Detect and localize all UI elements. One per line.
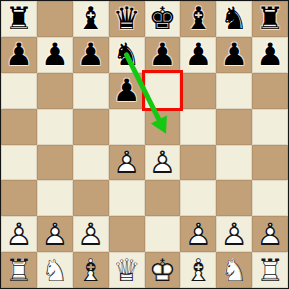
square-b1[interactable]: ♞♘ <box>37 252 73 288</box>
white-knight-outline: ♘ <box>41 255 69 286</box>
square-c4[interactable] <box>73 145 109 181</box>
white-bishop-outline: ♗ <box>184 255 212 286</box>
square-b3[interactable] <box>37 180 73 216</box>
square-a6[interactable] <box>1 73 37 109</box>
square-e6[interactable] <box>145 73 181 109</box>
piece-black-king[interactable]: ♚ <box>149 3 177 34</box>
square-c7[interactable]: ♟ <box>73 37 109 73</box>
square-d8[interactable]: ♛ <box>109 1 145 37</box>
piece-white-pawn[interactable]: ♟♙ <box>184 219 212 250</box>
square-h5[interactable] <box>252 109 288 145</box>
piece-black-queen[interactable]: ♛ <box>113 3 141 34</box>
white-pawn-outline: ♙ <box>184 219 212 250</box>
square-e3[interactable] <box>145 180 181 216</box>
white-queen-outline: ♕ <box>113 255 141 286</box>
square-a3[interactable] <box>1 180 37 216</box>
square-b4[interactable] <box>37 145 73 181</box>
square-c1[interactable]: ♝♗ <box>73 252 109 288</box>
piece-white-pawn[interactable]: ♟♙ <box>149 147 177 178</box>
square-h2[interactable]: ♟♙ <box>252 216 288 252</box>
white-pawn-outline: ♙ <box>5 219 33 250</box>
white-pawn-outline: ♙ <box>149 147 177 178</box>
piece-white-pawn[interactable]: ♟♙ <box>113 147 141 178</box>
square-a8[interactable]: ♜ <box>1 1 37 37</box>
white-rook-outline: ♖ <box>256 255 284 286</box>
white-knight-outline: ♘ <box>220 255 248 286</box>
square-e1[interactable]: ♚♔ <box>145 252 181 288</box>
piece-black-bishop[interactable]: ♝ <box>77 3 105 34</box>
square-b8[interactable] <box>37 1 73 37</box>
piece-white-knight[interactable]: ♞♘ <box>220 255 248 286</box>
piece-white-rook[interactable]: ♜♖ <box>256 255 284 286</box>
piece-white-pawn[interactable]: ♟♙ <box>77 219 105 250</box>
square-g6[interactable] <box>216 73 252 109</box>
chess-board: ♜♝♛♚♝♞♜♟♟♟♞♟♟♟♟♟♟♙♟♙♟♙♟♙♟♙♟♙♟♙♟♙♜♖♞♘♝♗♛♕… <box>0 0 289 289</box>
square-d2[interactable] <box>109 216 145 252</box>
piece-black-pawn[interactable]: ♟ <box>256 39 284 70</box>
square-f7[interactable]: ♟ <box>180 37 216 73</box>
piece-white-bishop[interactable]: ♝♗ <box>184 255 212 286</box>
white-rook-outline: ♖ <box>5 255 33 286</box>
square-b6[interactable] <box>37 73 73 109</box>
white-pawn-outline: ♙ <box>256 219 284 250</box>
piece-white-rook[interactable]: ♜♖ <box>5 255 33 286</box>
square-a2[interactable]: ♟♙ <box>1 216 37 252</box>
square-h6[interactable] <box>252 73 288 109</box>
square-d1[interactable]: ♛♕ <box>109 252 145 288</box>
piece-black-pawn[interactable]: ♟ <box>184 39 212 70</box>
square-d6[interactable]: ♟ <box>109 73 145 109</box>
square-b5[interactable] <box>37 109 73 145</box>
square-a7[interactable]: ♟ <box>1 37 37 73</box>
piece-white-king[interactable]: ♚♔ <box>149 255 177 286</box>
square-f1[interactable]: ♝♗ <box>180 252 216 288</box>
piece-black-pawn[interactable]: ♟ <box>113 75 141 106</box>
square-f5[interactable] <box>180 109 216 145</box>
chess-board-wrapper: ♜♝♛♚♝♞♜♟♟♟♞♟♟♟♟♟♟♙♟♙♟♙♟♙♟♙♟♙♟♙♟♙♜♖♞♘♝♗♛♕… <box>0 0 289 289</box>
piece-black-rook[interactable]: ♜ <box>5 3 33 34</box>
square-g1[interactable]: ♞♘ <box>216 252 252 288</box>
square-e5[interactable] <box>145 109 181 145</box>
piece-black-pawn[interactable]: ♟ <box>149 39 177 70</box>
square-c6[interactable] <box>73 73 109 109</box>
square-e7[interactable]: ♟ <box>145 37 181 73</box>
square-d5[interactable] <box>109 109 145 145</box>
piece-black-pawn[interactable]: ♟ <box>41 39 69 70</box>
piece-black-pawn[interactable]: ♟ <box>5 39 33 70</box>
square-f8[interactable]: ♝ <box>180 1 216 37</box>
piece-white-pawn[interactable]: ♟♙ <box>5 219 33 250</box>
square-e2[interactable] <box>145 216 181 252</box>
square-c8[interactable]: ♝ <box>73 1 109 37</box>
piece-black-knight[interactable]: ♞ <box>113 39 141 70</box>
white-pawn-outline: ♙ <box>41 219 69 250</box>
square-f6[interactable] <box>180 73 216 109</box>
square-g5[interactable] <box>216 109 252 145</box>
square-g4[interactable] <box>216 145 252 181</box>
square-g7[interactable]: ♟ <box>216 37 252 73</box>
square-f3[interactable] <box>180 180 216 216</box>
piece-black-bishop[interactable]: ♝ <box>184 3 212 34</box>
piece-black-pawn[interactable]: ♟ <box>77 39 105 70</box>
square-c3[interactable] <box>73 180 109 216</box>
square-d7[interactable]: ♞ <box>109 37 145 73</box>
square-b2[interactable]: ♟♙ <box>37 216 73 252</box>
square-h3[interactable] <box>252 180 288 216</box>
piece-black-pawn[interactable]: ♟ <box>220 39 248 70</box>
square-b7[interactable]: ♟ <box>37 37 73 73</box>
piece-white-pawn[interactable]: ♟♙ <box>220 219 248 250</box>
square-d3[interactable] <box>109 180 145 216</box>
piece-black-knight[interactable]: ♞ <box>220 3 248 34</box>
square-h8[interactable]: ♜ <box>252 1 288 37</box>
square-a5[interactable] <box>1 109 37 145</box>
square-e4[interactable]: ♟♙ <box>145 145 181 181</box>
white-bishop-outline: ♗ <box>77 255 105 286</box>
square-d4[interactable]: ♟♙ <box>109 145 145 181</box>
square-a1[interactable]: ♜♖ <box>1 252 37 288</box>
square-h4[interactable] <box>252 145 288 181</box>
white-king-outline: ♔ <box>149 255 177 286</box>
piece-white-queen[interactable]: ♛♕ <box>113 255 141 286</box>
square-h1[interactable]: ♜♖ <box>252 252 288 288</box>
square-g2[interactable]: ♟♙ <box>216 216 252 252</box>
square-f4[interactable] <box>180 145 216 181</box>
white-pawn-outline: ♙ <box>220 219 248 250</box>
piece-white-bishop[interactable]: ♝♗ <box>77 255 105 286</box>
square-h7[interactable]: ♟ <box>252 37 288 73</box>
square-g3[interactable] <box>216 180 252 216</box>
white-pawn-outline: ♙ <box>113 147 141 178</box>
piece-black-rook[interactable]: ♜ <box>256 3 284 34</box>
square-f2[interactable]: ♟♙ <box>180 216 216 252</box>
square-c2[interactable]: ♟♙ <box>73 216 109 252</box>
piece-white-knight[interactable]: ♞♘ <box>41 255 69 286</box>
piece-white-pawn[interactable]: ♟♙ <box>41 219 69 250</box>
square-c5[interactable] <box>73 109 109 145</box>
piece-white-pawn[interactable]: ♟♙ <box>256 219 284 250</box>
square-e8[interactable]: ♚ <box>145 1 181 37</box>
white-pawn-outline: ♙ <box>77 219 105 250</box>
square-a4[interactable] <box>1 145 37 181</box>
square-g8[interactable]: ♞ <box>216 1 252 37</box>
